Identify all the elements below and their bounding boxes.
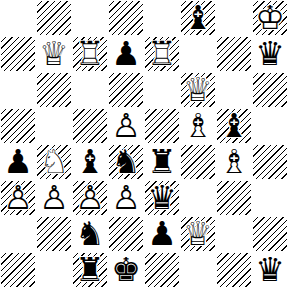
white-king-icon: ♚♔ bbox=[252, 0, 288, 36]
square-b2[interactable] bbox=[36, 216, 72, 252]
chess-board: ♝♚♔♛♕♜♖♟♜♖♛♛♕♟♙♝♗♝♟♞♘♝♞♜♝♗♟♙♟♙♟♙♟♙♛♞♟♛♕♜… bbox=[0, 0, 288, 288]
square-e3[interactable]: ♛ bbox=[144, 180, 180, 216]
black-rook-icon: ♜ bbox=[144, 144, 180, 180]
square-h5[interactable] bbox=[252, 108, 288, 144]
square-e8[interactable] bbox=[144, 0, 180, 36]
square-c7[interactable]: ♜♖ bbox=[72, 36, 108, 72]
square-d1[interactable]: ♚ bbox=[108, 252, 144, 288]
square-c5[interactable] bbox=[72, 108, 108, 144]
square-g8[interactable] bbox=[216, 0, 252, 36]
square-g4[interactable]: ♝♗ bbox=[216, 144, 252, 180]
white-knight-icon: ♞♘ bbox=[36, 144, 72, 180]
square-f5[interactable]: ♝♗ bbox=[180, 108, 216, 144]
square-g5[interactable]: ♝ bbox=[216, 108, 252, 144]
square-e2[interactable]: ♟ bbox=[144, 216, 180, 252]
black-king-icon: ♚ bbox=[108, 252, 144, 288]
square-f4[interactable] bbox=[180, 144, 216, 180]
square-h2[interactable] bbox=[252, 216, 288, 252]
black-bishop-icon: ♝ bbox=[216, 108, 252, 144]
square-c1[interactable]: ♜ bbox=[72, 252, 108, 288]
white-rook-icon: ♜♖ bbox=[72, 36, 108, 72]
square-c4[interactable]: ♝ bbox=[72, 144, 108, 180]
square-f6[interactable]: ♛♕ bbox=[180, 72, 216, 108]
square-a8[interactable] bbox=[0, 0, 36, 36]
square-d7[interactable]: ♟ bbox=[108, 36, 144, 72]
black-rook-icon: ♜ bbox=[72, 252, 108, 288]
square-b1[interactable] bbox=[36, 252, 72, 288]
square-a7[interactable] bbox=[0, 36, 36, 72]
square-g7[interactable] bbox=[216, 36, 252, 72]
square-b4[interactable]: ♞♘ bbox=[36, 144, 72, 180]
white-bishop-icon: ♝♗ bbox=[180, 108, 216, 144]
square-d2[interactable] bbox=[108, 216, 144, 252]
square-d4[interactable]: ♞ bbox=[108, 144, 144, 180]
square-b7[interactable]: ♛♕ bbox=[36, 36, 72, 72]
square-d8[interactable] bbox=[108, 0, 144, 36]
square-f1[interactable] bbox=[180, 252, 216, 288]
square-f7[interactable] bbox=[180, 36, 216, 72]
square-c2[interactable]: ♞ bbox=[72, 216, 108, 252]
square-g6[interactable] bbox=[216, 72, 252, 108]
square-c8[interactable] bbox=[72, 0, 108, 36]
square-a1[interactable] bbox=[0, 252, 36, 288]
square-a3[interactable]: ♟♙ bbox=[0, 180, 36, 216]
black-pawn-icon: ♟ bbox=[108, 36, 144, 72]
square-h8[interactable]: ♚♔ bbox=[252, 0, 288, 36]
black-bishop-icon: ♝ bbox=[72, 144, 108, 180]
square-h1[interactable]: ♛ bbox=[252, 252, 288, 288]
square-a2[interactable] bbox=[0, 216, 36, 252]
square-b6[interactable] bbox=[36, 72, 72, 108]
square-e4[interactable]: ♜ bbox=[144, 144, 180, 180]
square-e7[interactable]: ♜♖ bbox=[144, 36, 180, 72]
black-pawn-icon: ♟ bbox=[144, 216, 180, 252]
square-c6[interactable] bbox=[72, 72, 108, 108]
square-g2[interactable] bbox=[216, 216, 252, 252]
black-queen-icon: ♛ bbox=[252, 36, 288, 72]
square-h7[interactable]: ♛ bbox=[252, 36, 288, 72]
square-b5[interactable] bbox=[36, 108, 72, 144]
square-g1[interactable] bbox=[216, 252, 252, 288]
black-knight-icon: ♞ bbox=[108, 144, 144, 180]
square-a5[interactable] bbox=[0, 108, 36, 144]
white-rook-icon: ♜♖ bbox=[144, 36, 180, 72]
black-pawn-icon: ♟ bbox=[0, 144, 36, 180]
black-bishop-icon: ♝ bbox=[180, 0, 216, 36]
square-g3[interactable] bbox=[216, 180, 252, 216]
square-d5[interactable]: ♟♙ bbox=[108, 108, 144, 144]
square-a4[interactable]: ♟ bbox=[0, 144, 36, 180]
square-d6[interactable] bbox=[108, 72, 144, 108]
square-e5[interactable] bbox=[144, 108, 180, 144]
white-queen-icon: ♛♕ bbox=[180, 216, 216, 252]
square-b3[interactable]: ♟♙ bbox=[36, 180, 72, 216]
white-pawn-icon: ♟♙ bbox=[0, 180, 36, 216]
square-h6[interactable] bbox=[252, 72, 288, 108]
square-e1[interactable] bbox=[144, 252, 180, 288]
black-queen-icon: ♛ bbox=[252, 252, 288, 288]
square-e6[interactable] bbox=[144, 72, 180, 108]
white-queen-icon: ♛♕ bbox=[180, 72, 216, 108]
white-pawn-icon: ♟♙ bbox=[36, 180, 72, 216]
square-c3[interactable]: ♟♙ bbox=[72, 180, 108, 216]
square-f8[interactable]: ♝ bbox=[180, 0, 216, 36]
black-queen-icon: ♛ bbox=[144, 180, 180, 216]
square-d3[interactable]: ♟♙ bbox=[108, 180, 144, 216]
white-bishop-icon: ♝♗ bbox=[216, 144, 252, 180]
white-queen-icon: ♛♕ bbox=[36, 36, 72, 72]
white-pawn-icon: ♟♙ bbox=[108, 180, 144, 216]
square-b8[interactable] bbox=[36, 0, 72, 36]
square-h4[interactable] bbox=[252, 144, 288, 180]
square-a6[interactable] bbox=[0, 72, 36, 108]
white-pawn-icon: ♟♙ bbox=[108, 108, 144, 144]
square-f3[interactable] bbox=[180, 180, 216, 216]
square-f2[interactable]: ♛♕ bbox=[180, 216, 216, 252]
black-knight-icon: ♞ bbox=[72, 216, 108, 252]
white-pawn-icon: ♟♙ bbox=[72, 180, 108, 216]
square-h3[interactable] bbox=[252, 180, 288, 216]
